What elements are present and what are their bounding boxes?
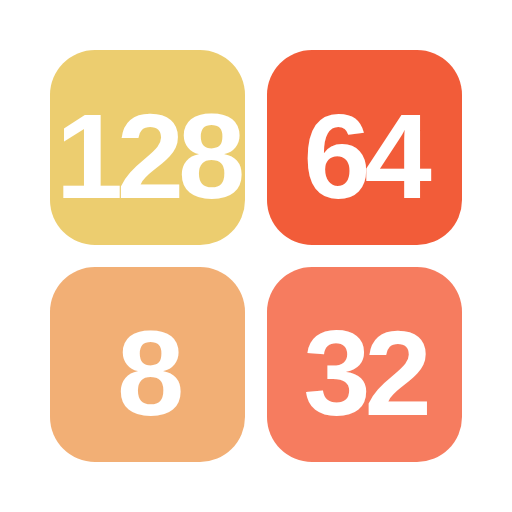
tile-64-value: 64 [303,96,426,217]
tile-64[interactable]: 64 [267,50,462,245]
app-icon-2048[interactable]: 128 64 8 32 [0,0,512,512]
tile-grid[interactable]: 128 64 8 32 [50,50,462,462]
tile-32-value: 32 [303,313,426,434]
tile-128[interactable]: 128 [50,50,245,245]
tile-8[interactable]: 8 [50,267,245,462]
tile-128-value: 128 [56,96,240,217]
tile-32[interactable]: 32 [267,267,462,462]
tile-8-value: 8 [117,313,178,434]
